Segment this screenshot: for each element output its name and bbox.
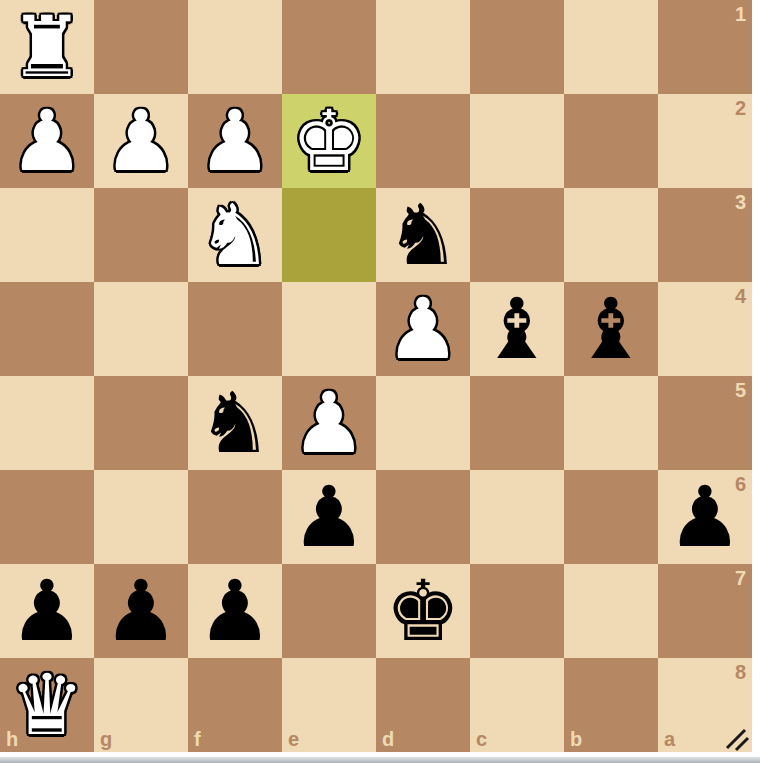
square-d1[interactable] bbox=[376, 0, 470, 94]
square-a7[interactable]: 7 bbox=[658, 564, 752, 658]
square-g5[interactable] bbox=[94, 376, 188, 470]
square-b7[interactable] bbox=[564, 564, 658, 658]
square-c3[interactable] bbox=[470, 188, 564, 282]
black-pawn-h7[interactable]: ♟ bbox=[9, 564, 84, 658]
square-d6[interactable] bbox=[376, 470, 470, 564]
square-a3[interactable]: 3 bbox=[658, 188, 752, 282]
square-e8[interactable]: e bbox=[282, 658, 376, 752]
black-pawn-e6[interactable]: ♟ bbox=[291, 470, 366, 564]
square-a6[interactable]: 6♟ bbox=[658, 470, 752, 564]
square-f1[interactable] bbox=[188, 0, 282, 94]
file-label-a: a bbox=[664, 729, 675, 749]
black-knight-f5[interactable]: ♞ bbox=[197, 376, 272, 470]
black-bishop-c4[interactable]: ♝ bbox=[479, 282, 554, 376]
file-label-e: e bbox=[288, 729, 299, 749]
white-pawn-e5[interactable]: ♟ bbox=[291, 376, 366, 470]
square-a4[interactable]: 4 bbox=[658, 282, 752, 376]
square-a5[interactable]: 5 bbox=[658, 376, 752, 470]
square-e7[interactable] bbox=[282, 564, 376, 658]
square-b5[interactable] bbox=[564, 376, 658, 470]
rank-label-4: 4 bbox=[735, 286, 746, 306]
square-d2[interactable] bbox=[376, 94, 470, 188]
square-a1[interactable]: 1 bbox=[658, 0, 752, 94]
square-e4[interactable] bbox=[282, 282, 376, 376]
square-h6[interactable] bbox=[0, 470, 94, 564]
page-bottom-edge bbox=[0, 757, 760, 763]
square-e3[interactable] bbox=[282, 188, 376, 282]
board-resize-handle-icon[interactable] bbox=[724, 726, 750, 752]
white-pawn-f2[interactable]: ♟ bbox=[197, 94, 272, 188]
square-g1[interactable] bbox=[94, 0, 188, 94]
square-c2[interactable] bbox=[470, 94, 564, 188]
white-pawn-g2[interactable]: ♟ bbox=[103, 94, 178, 188]
square-b4[interactable]: ♝ bbox=[564, 282, 658, 376]
chess-board: ♜1♟♟♟♚2♞♞3♟♝♝4♞♟5♟6♟♟♟♟♚7h♛gfedcb8a bbox=[0, 0, 752, 752]
square-b1[interactable] bbox=[564, 0, 658, 94]
rank-label-1: 1 bbox=[735, 4, 746, 24]
white-pawn-d4[interactable]: ♟ bbox=[385, 282, 460, 376]
square-b6[interactable] bbox=[564, 470, 658, 564]
black-pawn-a6[interactable]: ♟ bbox=[667, 470, 742, 564]
square-c6[interactable] bbox=[470, 470, 564, 564]
white-rook-h1[interactable]: ♜ bbox=[9, 0, 84, 94]
square-d7[interactable]: ♚ bbox=[376, 564, 470, 658]
square-c8[interactable]: c bbox=[470, 658, 564, 752]
square-e6[interactable]: ♟ bbox=[282, 470, 376, 564]
file-label-c: c bbox=[476, 729, 487, 749]
square-d8[interactable]: d bbox=[376, 658, 470, 752]
square-f4[interactable] bbox=[188, 282, 282, 376]
rank-label-6: 6 bbox=[735, 474, 746, 494]
white-knight-f3[interactable]: ♞ bbox=[197, 188, 272, 282]
square-e2[interactable]: ♚ bbox=[282, 94, 376, 188]
square-f3[interactable]: ♞ bbox=[188, 188, 282, 282]
square-g7[interactable]: ♟ bbox=[94, 564, 188, 658]
square-f2[interactable]: ♟ bbox=[188, 94, 282, 188]
black-king-d7[interactable]: ♚ bbox=[385, 564, 460, 658]
rank-label-5: 5 bbox=[735, 380, 746, 400]
square-g3[interactable] bbox=[94, 188, 188, 282]
white-king-e2[interactable]: ♚ bbox=[291, 94, 366, 188]
square-h7[interactable]: ♟ bbox=[0, 564, 94, 658]
square-h1[interactable]: ♜ bbox=[0, 0, 94, 94]
square-h2[interactable]: ♟ bbox=[0, 94, 94, 188]
square-d4[interactable]: ♟ bbox=[376, 282, 470, 376]
white-pawn-h2[interactable]: ♟ bbox=[9, 94, 84, 188]
square-a2[interactable]: 2 bbox=[658, 94, 752, 188]
square-c1[interactable] bbox=[470, 0, 564, 94]
square-g6[interactable] bbox=[94, 470, 188, 564]
square-c4[interactable]: ♝ bbox=[470, 282, 564, 376]
square-g2[interactable]: ♟ bbox=[94, 94, 188, 188]
square-h8[interactable]: h♛ bbox=[0, 658, 94, 752]
square-f7[interactable]: ♟ bbox=[188, 564, 282, 658]
square-f5[interactable]: ♞ bbox=[188, 376, 282, 470]
file-label-h: h bbox=[6, 729, 18, 749]
square-g4[interactable] bbox=[94, 282, 188, 376]
square-b3[interactable] bbox=[564, 188, 658, 282]
square-d3[interactable]: ♞ bbox=[376, 188, 470, 282]
file-label-f: f bbox=[194, 729, 201, 749]
square-e1[interactable] bbox=[282, 0, 376, 94]
rank-label-3: 3 bbox=[735, 192, 746, 212]
rank-label-8: 8 bbox=[735, 662, 746, 682]
square-b8[interactable]: b bbox=[564, 658, 658, 752]
black-pawn-f7[interactable]: ♟ bbox=[197, 564, 272, 658]
black-knight-d3[interactable]: ♞ bbox=[385, 188, 460, 282]
black-bishop-b4[interactable]: ♝ bbox=[573, 282, 648, 376]
square-g8[interactable]: g bbox=[94, 658, 188, 752]
square-f8[interactable]: f bbox=[188, 658, 282, 752]
square-h4[interactable] bbox=[0, 282, 94, 376]
white-queen-h8[interactable]: ♛ bbox=[9, 658, 84, 752]
file-label-b: b bbox=[570, 729, 582, 749]
square-b2[interactable] bbox=[564, 94, 658, 188]
black-pawn-g7[interactable]: ♟ bbox=[103, 564, 178, 658]
square-c7[interactable] bbox=[470, 564, 564, 658]
rank-label-7: 7 bbox=[735, 568, 746, 588]
rank-label-2: 2 bbox=[735, 98, 746, 118]
square-e5[interactable]: ♟ bbox=[282, 376, 376, 470]
square-f6[interactable] bbox=[188, 470, 282, 564]
square-h5[interactable] bbox=[0, 376, 94, 470]
square-c5[interactable] bbox=[470, 376, 564, 470]
file-label-d: d bbox=[382, 729, 394, 749]
square-h3[interactable] bbox=[0, 188, 94, 282]
square-d5[interactable] bbox=[376, 376, 470, 470]
file-label-g: g bbox=[100, 729, 112, 749]
